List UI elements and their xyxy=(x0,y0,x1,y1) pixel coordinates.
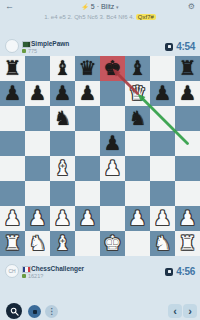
square-f6[interactable]: ♞ xyxy=(125,106,150,131)
square-a3[interactable] xyxy=(0,181,25,206)
top-bar: ← ⚡ 5 · Blitz ▾ ⚙ xyxy=(0,0,200,13)
piece-white-king[interactable]: ♚ xyxy=(100,231,125,256)
square-b6[interactable] xyxy=(25,106,50,131)
piece-white-pawn[interactable]: ♟ xyxy=(150,206,175,231)
piece-white-pawn[interactable]: ♟ xyxy=(25,206,50,231)
square-g8[interactable] xyxy=(150,56,175,81)
square-h7[interactable]: ♟ xyxy=(175,81,200,106)
magnifier-icon xyxy=(10,307,19,316)
player-row-bottom: CH ChessChallenger 1621? 4:56 xyxy=(0,263,200,281)
piece-black-knight[interactable]: ♞ xyxy=(50,106,75,131)
rating-row-top: 775 xyxy=(22,48,37,54)
current-move-highlight[interactable]: Qxf7# xyxy=(136,14,156,20)
square-g7[interactable]: ♟ xyxy=(150,81,175,106)
square-g2[interactable]: ♟ xyxy=(150,206,175,231)
analysis-button[interactable] xyxy=(6,303,22,319)
clock-badge-icon-bottom xyxy=(165,268,173,276)
square-a7[interactable]: ♟ xyxy=(0,81,25,106)
piece-white-rook[interactable]: ♜ xyxy=(0,231,25,256)
chevron-down-icon: ▾ xyxy=(116,4,119,10)
square-c5[interactable] xyxy=(50,131,75,156)
clock-badge-icon-top xyxy=(165,43,173,51)
piece-white-bishop[interactable]: ♝ xyxy=(50,231,75,256)
piece-black-pawn[interactable]: ♟ xyxy=(0,81,25,106)
piece-black-king[interactable]: ♚ xyxy=(100,56,125,81)
rating-badge-icon-top xyxy=(22,49,26,53)
flag-icon-bottom xyxy=(22,266,31,273)
player-rating-bottom: 1621? xyxy=(28,273,43,279)
square-g3[interactable] xyxy=(150,181,175,206)
square-a5[interactable] xyxy=(0,131,25,156)
square-d2[interactable]: ♟ xyxy=(75,206,100,231)
move-list[interactable]: 1. e4 e5 2. Qh5 Nc6 3. Bc4 Nf6 4. Qxf7# xyxy=(0,13,200,22)
piece-white-bishop[interactable]: ♝ xyxy=(50,156,75,181)
avatar-bottom[interactable]: CH xyxy=(5,264,19,278)
square-e1[interactable]: ♚ xyxy=(100,231,125,256)
square-h3[interactable] xyxy=(175,181,200,206)
square-h4[interactable] xyxy=(175,156,200,181)
piece-black-pawn[interactable]: ♟ xyxy=(75,81,100,106)
square-h8[interactable]: ♜ xyxy=(175,56,200,81)
rating-row-bottom: 1621? xyxy=(22,273,43,279)
square-g5[interactable] xyxy=(150,131,175,156)
square-b8[interactable] xyxy=(25,56,50,81)
piece-black-rook[interactable]: ♜ xyxy=(0,56,25,81)
chess-board[interactable]: ♜♝♛♚♝♜♟♟♟♟♛♟♟♞♞♟♝♟♟♟♟♟♟♟♟♜♞♝♚♞♜ xyxy=(0,56,200,256)
flag-icon-top xyxy=(22,41,31,48)
square-f5[interactable] xyxy=(125,131,150,156)
game-title-label: 5 · Blitz xyxy=(91,3,114,10)
chat-icon xyxy=(33,310,37,314)
menu-button[interactable]: ⋮ xyxy=(45,305,58,318)
piece-black-pawn[interactable]: ♟ xyxy=(50,81,75,106)
chat-button[interactable] xyxy=(28,305,41,318)
square-e3[interactable] xyxy=(100,181,125,206)
piece-black-knight[interactable]: ♞ xyxy=(125,106,150,131)
square-d4[interactable] xyxy=(75,156,100,181)
square-b4[interactable] xyxy=(25,156,50,181)
square-a1[interactable]: ♜ xyxy=(0,231,25,256)
square-d6[interactable] xyxy=(75,106,100,131)
piece-white-knight[interactable]: ♞ xyxy=(25,231,50,256)
square-e4[interactable]: ♟ xyxy=(100,156,125,181)
square-h6[interactable] xyxy=(175,106,200,131)
blitz-lightning-icon: ⚡ xyxy=(81,4,89,10)
clock-time-top: 4:54 xyxy=(176,41,195,52)
piece-white-pawn[interactable]: ♟ xyxy=(50,206,75,231)
square-e8[interactable]: ♚ xyxy=(100,56,125,81)
square-b7[interactable]: ♟ xyxy=(25,81,50,106)
square-e6[interactable] xyxy=(100,106,125,131)
square-g6[interactable] xyxy=(150,106,175,131)
square-a2[interactable]: ♟ xyxy=(0,206,25,231)
piece-white-queen[interactable]: ♛ xyxy=(125,81,150,106)
square-c6[interactable]: ♞ xyxy=(50,106,75,131)
piece-white-pawn[interactable]: ♟ xyxy=(175,206,200,231)
bottom-toolbar: ⋮ ‹ › xyxy=(0,303,200,320)
player-name-bottom[interactable]: ChessChallenger xyxy=(31,265,84,272)
square-h1[interactable]: ♜ xyxy=(175,231,200,256)
square-f4[interactable] xyxy=(125,156,150,181)
square-d8[interactable]: ♛ xyxy=(75,56,100,81)
next-move-button[interactable]: › xyxy=(183,304,197,318)
player-name-top[interactable]: SimplePawn xyxy=(31,40,69,47)
square-f2[interactable]: ♟ xyxy=(125,206,150,231)
piece-black-pawn[interactable]: ♟ xyxy=(175,81,200,106)
clock-time-bottom: 4:56 xyxy=(176,266,195,277)
square-e2[interactable] xyxy=(100,206,125,231)
square-b3[interactable] xyxy=(25,181,50,206)
square-e7[interactable] xyxy=(100,81,125,106)
gear-icon[interactable]: ⚙ xyxy=(188,1,195,12)
square-h2[interactable]: ♟ xyxy=(175,206,200,231)
prev-move-button[interactable]: ‹ xyxy=(168,304,182,318)
square-b2[interactable]: ♟ xyxy=(25,206,50,231)
player-row-top: SimplePawn 775 4:54 xyxy=(0,38,200,56)
game-title[interactable]: ⚡ 5 · Blitz ▾ xyxy=(0,1,200,13)
square-d5[interactable] xyxy=(75,131,100,156)
piece-black-bishop[interactable]: ♝ xyxy=(50,56,75,81)
square-c1[interactable]: ♝ xyxy=(50,231,75,256)
square-a8[interactable]: ♜ xyxy=(0,56,25,81)
square-a6[interactable] xyxy=(0,106,25,131)
piece-black-bishop[interactable]: ♝ xyxy=(125,56,150,81)
square-g1[interactable]: ♞ xyxy=(150,231,175,256)
chess-app: ← ⚡ 5 · Blitz ▾ ⚙ 1. e4 e5 2. Qh5 Nc6 3.… xyxy=(0,0,200,320)
piece-white-rook[interactable]: ♜ xyxy=(175,231,200,256)
square-d1[interactable] xyxy=(75,231,100,256)
piece-white-pawn[interactable]: ♟ xyxy=(100,156,125,181)
piece-white-knight[interactable]: ♞ xyxy=(150,231,175,256)
square-h5[interactable] xyxy=(175,131,200,156)
chevron-right-icon: › xyxy=(188,304,192,318)
square-f3[interactable] xyxy=(125,181,150,206)
piece-black-rook[interactable]: ♜ xyxy=(175,56,200,81)
piece-white-pawn[interactable]: ♟ xyxy=(0,206,25,231)
square-c3[interactable] xyxy=(50,181,75,206)
move-list-text: 1. e4 e5 2. Qh5 Nc6 3. Bc4 Nf6 4. xyxy=(44,14,134,20)
square-b5[interactable] xyxy=(25,131,50,156)
square-f1[interactable] xyxy=(125,231,150,256)
square-f7[interactable]: ♛ xyxy=(125,81,150,106)
piece-black-pawn[interactable]: ♟ xyxy=(150,81,175,106)
clock-top: 4:54 xyxy=(165,41,195,52)
clock-bottom: 4:56 xyxy=(165,266,195,277)
square-c2[interactable]: ♟ xyxy=(50,206,75,231)
square-d7[interactable]: ♟ xyxy=(75,81,100,106)
square-g4[interactable] xyxy=(150,156,175,181)
square-a4[interactable] xyxy=(0,156,25,181)
square-c4[interactable]: ♝ xyxy=(50,156,75,181)
piece-white-pawn[interactable]: ♟ xyxy=(75,206,100,231)
avatar-top[interactable] xyxy=(5,39,19,53)
piece-black-pawn[interactable]: ♟ xyxy=(100,131,125,156)
menu-dots-icon: ⋮ xyxy=(48,307,56,316)
piece-black-pawn[interactable]: ♟ xyxy=(25,81,50,106)
piece-white-pawn[interactable]: ♟ xyxy=(125,206,150,231)
chevron-left-icon: ‹ xyxy=(173,304,177,318)
square-f8[interactable]: ♝ xyxy=(125,56,150,81)
square-b1[interactable]: ♞ xyxy=(25,231,50,256)
square-c7[interactable]: ♟ xyxy=(50,81,75,106)
square-d3[interactable] xyxy=(75,181,100,206)
square-e5[interactable]: ♟ xyxy=(100,131,125,156)
piece-black-queen[interactable]: ♛ xyxy=(75,56,100,81)
player-rating-top: 775 xyxy=(28,48,37,54)
rating-badge-icon-bottom xyxy=(22,274,26,278)
square-c8[interactable]: ♝ xyxy=(50,56,75,81)
